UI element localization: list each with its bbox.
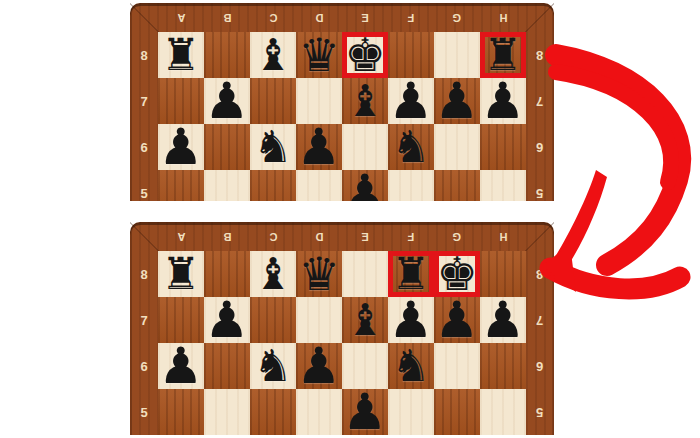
piece-black-pawn: ♟ [343, 168, 388, 201]
file-label-c: C [250, 222, 296, 251]
board-before-castling: ABCDEFGH8♜♝♛♚♜87♟♝♟♟♟76♟♞♟♞65♟5 [130, 3, 554, 201]
square-c7 [250, 297, 296, 343]
square-a6: ♟ [158, 343, 204, 389]
square-d8: ♛ [296, 251, 342, 297]
square-f6: ♞ [388, 124, 434, 170]
rank-label-6-right: 6 [526, 343, 554, 389]
piece-black-pawn: ♟ [435, 76, 480, 126]
file-label-f: F [388, 3, 434, 32]
square-d5 [296, 170, 342, 201]
rank-label-5-right: 5 [526, 389, 554, 435]
square-a6: ♟ [158, 124, 204, 170]
square-d8: ♛ [296, 32, 342, 78]
piece-black-knight: ♞ [391, 125, 430, 169]
piece-black-knight: ♞ [253, 344, 292, 388]
square-h5 [480, 170, 526, 201]
square-f7: ♟ [388, 297, 434, 343]
square-g6 [434, 343, 480, 389]
square-d6: ♟ [296, 343, 342, 389]
frame-corner [130, 3, 158, 32]
file-letter: H [499, 12, 507, 24]
square-e7: ♝ [342, 78, 388, 124]
square-c8: ♝ [250, 32, 296, 78]
square-g5 [434, 389, 480, 435]
square-f5 [388, 389, 434, 435]
file-letter: D [315, 231, 323, 243]
square-e5: ♟ [342, 389, 388, 435]
rank-number: 8 [536, 267, 543, 282]
frame-corner [526, 222, 554, 251]
rank-label-7-right: 7 [526, 297, 554, 343]
file-letter: G [452, 231, 461, 243]
rank-label-5-left: 5 [130, 389, 158, 435]
rank-label-6-left: 6 [130, 124, 158, 170]
square-e7: ♝ [342, 297, 388, 343]
piece-black-pawn: ♟ [205, 295, 250, 345]
piece-black-rook: ♜ [161, 252, 200, 296]
rank-label-8-right: 8 [526, 32, 554, 78]
square-d6: ♟ [296, 124, 342, 170]
rank-label-5-left: 5 [130, 170, 158, 201]
square-a8: ♜ [158, 32, 204, 78]
square-h7: ♟ [480, 78, 526, 124]
square-g7: ♟ [434, 78, 480, 124]
file-label-b: B [204, 222, 250, 251]
square-f6: ♞ [388, 343, 434, 389]
file-label-c: C [250, 3, 296, 32]
rank-number: 6 [536, 140, 543, 155]
rank-number: 7 [536, 94, 543, 109]
square-h6 [480, 343, 526, 389]
file-label-a: A [158, 3, 204, 32]
piece-black-queen: ♛ [298, 251, 339, 297]
piece-black-queen: ♛ [298, 32, 339, 78]
rank-label-7-left: 7 [130, 78, 158, 124]
rank-label-7-left: 7 [130, 297, 158, 343]
file-letter: E [361, 231, 369, 243]
piece-black-pawn: ♟ [389, 295, 434, 345]
square-a5 [158, 389, 204, 435]
file-letter: C [269, 12, 277, 24]
square-f7: ♟ [388, 78, 434, 124]
piece-black-rook: ♜ [161, 33, 200, 77]
square-c6: ♞ [250, 124, 296, 170]
square-b5 [204, 170, 250, 201]
piece-black-pawn: ♟ [481, 76, 526, 126]
rank-label-8-left: 8 [130, 251, 158, 297]
file-letter: G [452, 12, 461, 24]
piece-black-pawn: ♟ [205, 76, 250, 126]
square-g7: ♟ [434, 297, 480, 343]
square-c8: ♝ [250, 251, 296, 297]
square-c5 [250, 170, 296, 201]
file-label-b: B [204, 3, 250, 32]
rank-label-5-right: 5 [526, 170, 554, 201]
piece-black-rook: ♜ [391, 252, 430, 296]
piece-black-knight: ♞ [391, 344, 430, 388]
chessboard-after: ABCDEFGH8♜♝♛♜♚87♟♝♟♟♟76♟♞♟♞65♟5 [130, 222, 554, 435]
file-letter: F [407, 12, 414, 24]
file-letter: H [499, 231, 507, 243]
piece-black-bishop: ♝ [253, 33, 292, 77]
rank-label-8-right: 8 [526, 251, 554, 297]
square-d5 [296, 389, 342, 435]
piece-black-bishop: ♝ [345, 79, 384, 123]
frame-corner [130, 222, 158, 251]
file-letter: C [269, 231, 277, 243]
square-b6 [204, 343, 250, 389]
square-b5 [204, 389, 250, 435]
square-a5 [158, 170, 204, 201]
square-c7 [250, 78, 296, 124]
file-label-h: H [480, 3, 526, 32]
file-letter: A [177, 231, 185, 243]
piece-black-pawn: ♟ [297, 341, 342, 391]
file-label-a: A [158, 222, 204, 251]
rank-label-8-left: 8 [130, 32, 158, 78]
square-b7: ♟ [204, 78, 250, 124]
piece-black-pawn: ♟ [343, 387, 388, 437]
rank-number: 5 [536, 405, 543, 420]
board-after-castling: ABCDEFGH8♜♝♛♜♚87♟♝♟♟♟76♟♞♟♞65♟5 [130, 222, 554, 438]
file-letter: E [361, 12, 369, 24]
rank-number: 6 [536, 359, 543, 374]
square-b6 [204, 124, 250, 170]
rank-number: 7 [536, 313, 543, 328]
file-label-h: H [480, 222, 526, 251]
piece-black-pawn: ♟ [389, 76, 434, 126]
piece-black-pawn: ♟ [159, 122, 204, 172]
chessboard-before: ABCDEFGH8♜♝♛♚♜87♟♝♟♟♟76♟♞♟♞65♟5 [130, 3, 554, 201]
rank-number: 8 [536, 48, 543, 63]
file-label-f: F [388, 222, 434, 251]
rank-label-6-right: 6 [526, 124, 554, 170]
square-f5 [388, 170, 434, 201]
square-h5 [480, 389, 526, 435]
square-g5 [434, 170, 480, 201]
file-letter: F [407, 231, 414, 243]
square-a8: ♜ [158, 251, 204, 297]
file-letter: B [223, 231, 231, 243]
file-letter: B [223, 12, 231, 24]
square-h7: ♟ [480, 297, 526, 343]
file-label-g: G [434, 3, 480, 32]
piece-black-pawn: ♟ [435, 295, 480, 345]
piece-black-pawn: ♟ [481, 295, 526, 345]
rank-label-7-right: 7 [526, 78, 554, 124]
piece-black-bishop: ♝ [345, 298, 384, 342]
piece-black-king: ♚ [344, 32, 385, 78]
square-c6: ♞ [250, 343, 296, 389]
square-b7: ♟ [204, 297, 250, 343]
file-letter: D [315, 12, 323, 24]
square-c5 [250, 389, 296, 435]
frame-corner [526, 3, 554, 32]
square-h6 [480, 124, 526, 170]
square-g6 [434, 124, 480, 170]
piece-black-pawn: ♟ [297, 122, 342, 172]
rank-number: 5 [536, 186, 543, 201]
piece-black-pawn: ♟ [159, 341, 204, 391]
square-e8: ♚ [342, 32, 388, 78]
square-e5: ♟ [342, 170, 388, 201]
castling-illustration: ABCDEFGH8♜♝♛♚♜87♟♝♟♟♟76♟♞♟♞65♟5 ABCDEFGH… [0, 0, 700, 438]
piece-black-knight: ♞ [253, 125, 292, 169]
piece-black-rook: ♜ [483, 33, 522, 77]
piece-black-bishop: ♝ [253, 252, 292, 296]
file-label-e: E [342, 222, 388, 251]
file-letter: A [177, 12, 185, 24]
square-e8 [342, 251, 388, 297]
rank-label-6-left: 6 [130, 343, 158, 389]
